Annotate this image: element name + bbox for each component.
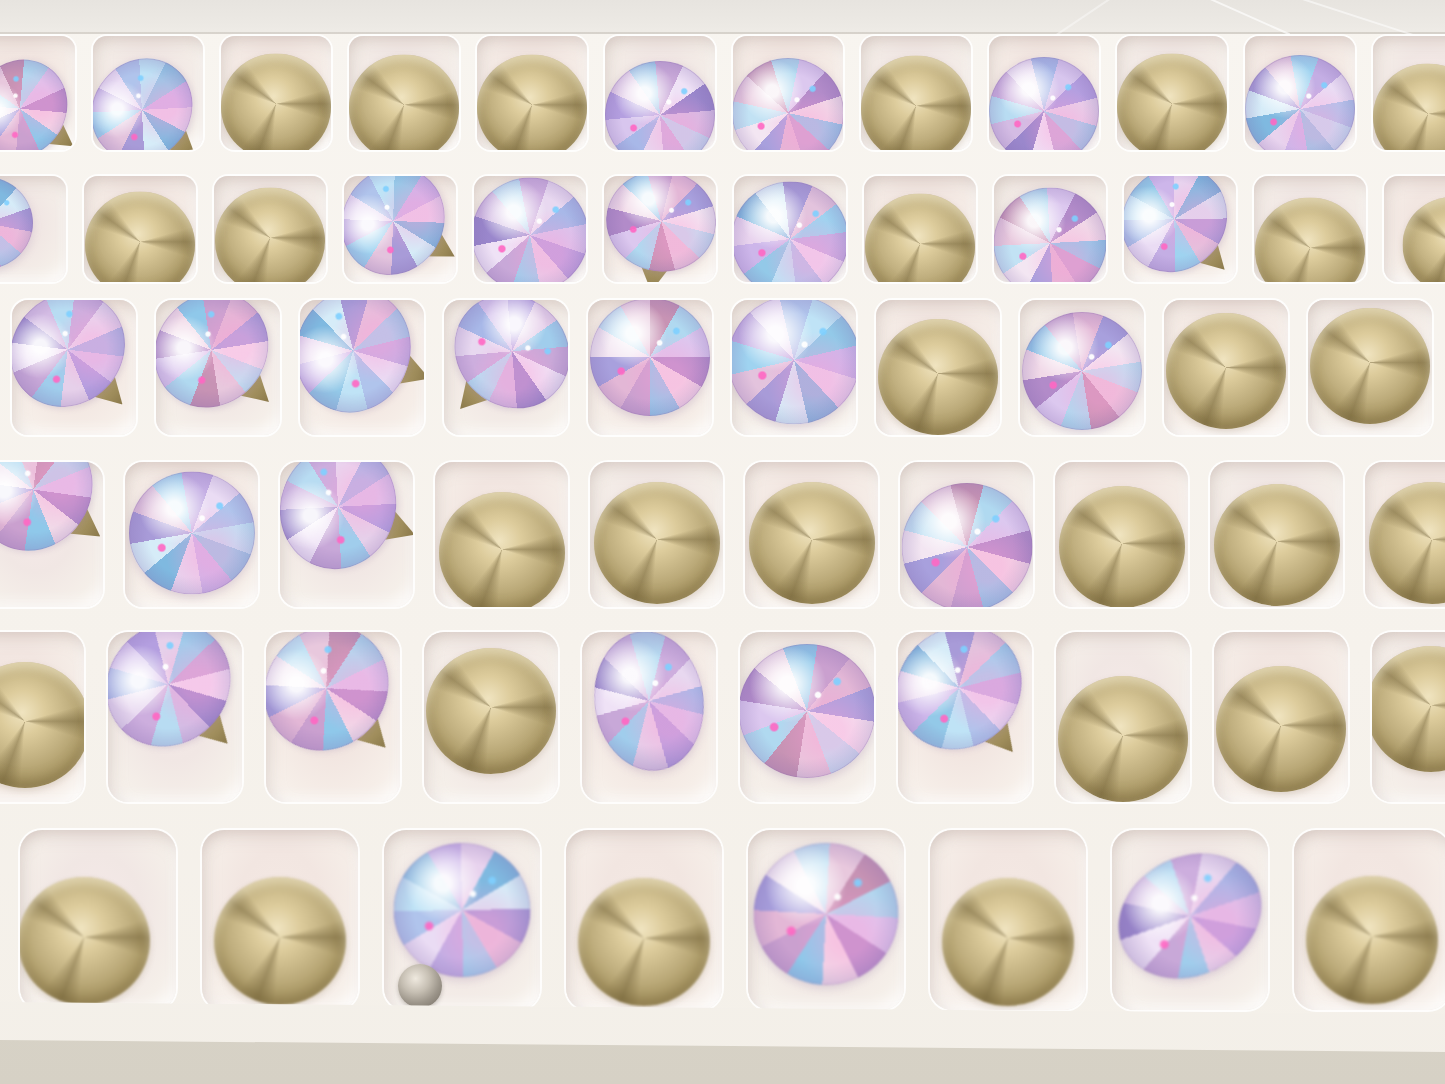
tray-cell [861, 36, 971, 150]
crystal-upside-down-gold-back [214, 877, 346, 1005]
tray-cell [605, 36, 715, 150]
crystal-tilted [1124, 176, 1236, 282]
crystal-face-up [901, 483, 1032, 608]
tray-cell [994, 176, 1106, 282]
tray-cell [1210, 462, 1343, 607]
tray-cell [424, 632, 558, 802]
tray-edge-line [0, 32, 1445, 34]
crystal-upside-down-gold-back [1369, 482, 1445, 604]
crystal-face-up [474, 178, 586, 283]
crystal-upside-down-gold-back [1255, 198, 1365, 283]
tray-cell [566, 830, 722, 1010]
crystal-upside-down-gold-back [221, 54, 331, 151]
tray-cell [740, 632, 874, 802]
crystal-upside-down-gold-back [861, 56, 971, 151]
crystal-upside-down-gold-back [1214, 484, 1340, 606]
crystal-upside-down-gold-back [0, 662, 84, 788]
tray-cell [930, 830, 1086, 1010]
tray-cell [864, 176, 976, 282]
crystal-upside-down-gold-back [749, 482, 875, 604]
tray-cell [748, 830, 904, 1010]
tray-cell [1055, 462, 1188, 607]
crystal-upside-down-gold-back [1373, 64, 1445, 151]
crystal-upside-down-gold-back [1372, 646, 1445, 772]
tray-cell [1308, 300, 1432, 435]
crystal-face-up [740, 644, 874, 778]
crystal-upside-down-gold-back [1059, 486, 1185, 608]
crystal-upside-down-gold-back [477, 55, 587, 151]
tray-cell [474, 176, 586, 282]
crystal-tilted [300, 300, 424, 435]
tilted-crystal-face [604, 176, 716, 278]
tray-cell [604, 176, 716, 282]
crystal-upside-down-gold-back [942, 878, 1074, 1006]
tray-cell [300, 300, 424, 435]
crystal-upside-down-gold-back [865, 194, 975, 283]
tray-cell [156, 300, 280, 435]
tray-cell [1214, 632, 1348, 802]
tray-cell [1020, 300, 1144, 435]
crystal-face-up [590, 300, 710, 416]
crystal-face-up [733, 58, 843, 150]
tray-row [20, 830, 1445, 1010]
crystal-tilted [12, 300, 136, 435]
crystal-tilted [0, 41, 75, 150]
tray-cell [344, 176, 456, 282]
tray-cell [221, 36, 331, 150]
crystal-face-up [734, 182, 846, 283]
tray-cell [734, 176, 846, 282]
crystal-upside-down-gold-back [215, 188, 325, 283]
tray-cell [435, 462, 568, 607]
crystal-upside-down-gold-back [594, 482, 720, 604]
tray-cell [0, 462, 103, 607]
crystal-face-up [754, 843, 899, 985]
tilted-crystal-face [300, 300, 424, 429]
crystal-face-up [0, 177, 33, 269]
crystal-face-up [129, 471, 255, 594]
tray-row [0, 462, 1445, 607]
tray-cell [108, 632, 242, 802]
tray-cell [733, 36, 843, 150]
tray-row [0, 36, 1445, 150]
tray-cell [1056, 632, 1190, 802]
tray-cell [266, 632, 400, 802]
tray-cell [93, 36, 203, 150]
tray-cell [1245, 36, 1355, 150]
tilted-crystal-face [156, 300, 280, 431]
crystal-face-up [732, 300, 856, 424]
crystal-tilted [898, 632, 1032, 790]
tray-cell [898, 632, 1032, 802]
crystal-tilted [93, 38, 203, 150]
tray-cell [989, 36, 1099, 150]
tray-cell [590, 462, 723, 607]
tray-cell [0, 176, 66, 282]
crystal-tilted [0, 462, 103, 585]
tilted-crystal-face [444, 300, 568, 432]
crystal-face-up [1022, 312, 1142, 430]
tray-cell [12, 300, 136, 435]
crystal-upside-down-gold-back [878, 319, 998, 435]
tilted-crystal-face [280, 462, 413, 585]
tray-cell [1372, 632, 1445, 802]
tray-cell [732, 300, 856, 435]
tray-cell [1254, 176, 1366, 282]
crystal-face-up [989, 57, 1099, 150]
crystal-tilted [280, 462, 413, 592]
tray-cell [125, 462, 258, 607]
tray-cell [1164, 300, 1288, 435]
crystal-upside-down-gold-back [1403, 197, 1445, 282]
tilted-crystal-face [12, 300, 136, 430]
tilted-crystal-face [266, 632, 400, 776]
crystal-upside-down-gold-back [1166, 313, 1286, 429]
tray-cell [477, 36, 587, 150]
tray-cell [582, 632, 716, 802]
tray-cell [444, 300, 568, 435]
tray-cell [384, 830, 540, 1010]
crystal-tilted [444, 300, 568, 435]
tray-cell [876, 300, 1000, 435]
tray-cell [745, 462, 878, 607]
tray-row [0, 176, 1445, 282]
tray-cell [349, 36, 459, 150]
crystal-upside-down-gold-back [20, 877, 150, 1005]
crystal-tilted [266, 632, 400, 790]
crystal-upside-down-gold-back [1058, 676, 1188, 802]
tray-cell [1373, 36, 1445, 150]
crystal-face-up [605, 61, 715, 150]
tray-cell [0, 36, 75, 150]
tray-cell [900, 462, 1033, 607]
crystal-upside-down-gold-back [1310, 308, 1430, 424]
loose-metal-bead [398, 964, 442, 1008]
tray-cell [1112, 830, 1268, 1010]
crystal-upside-down-gold-back [349, 55, 459, 151]
crystal-face-up [994, 188, 1106, 283]
crystal-upside-down-gold-back [1216, 666, 1346, 792]
crystal-tilted [108, 632, 242, 786]
tilted-crystal-face [108, 632, 242, 772]
crystal-face-up [585, 632, 712, 778]
crystal-tilted [344, 176, 456, 282]
tray-cell [1384, 176, 1445, 282]
crystal-face-up [1245, 55, 1355, 150]
tray-cell [202, 830, 358, 1010]
crystal-upside-down-gold-back [85, 192, 195, 283]
crystal-face-up [394, 843, 531, 977]
crystal-upside-down-gold-back [1117, 54, 1227, 151]
tray-cell [1124, 176, 1236, 282]
tray-cell [1365, 462, 1445, 607]
crystal-upside-down-gold-back [1306, 876, 1438, 1004]
tilted-crystal-face [344, 176, 456, 282]
crystal-tilted [604, 176, 716, 282]
crystal-tilted [156, 300, 280, 435]
tilted-crystal-face [898, 632, 1032, 775]
tray-cell [214, 176, 326, 282]
crystal-upside-down-gold-back [578, 878, 710, 1006]
tray-cell [588, 300, 712, 435]
crystal-upside-down-gold-back [426, 648, 556, 774]
crystal-upside-down-gold-back [439, 492, 565, 608]
tray-row [0, 632, 1445, 802]
tray-cell [20, 830, 176, 1010]
tray-cell [1117, 36, 1227, 150]
tray-cell [0, 632, 84, 802]
storage-tray-photo [0, 0, 1445, 1084]
tray-cell [280, 462, 413, 607]
tray-cell [84, 176, 196, 282]
tray-row [12, 300, 1432, 435]
tray-cell [1294, 830, 1445, 1010]
crystal-face-up [1112, 830, 1268, 1002]
